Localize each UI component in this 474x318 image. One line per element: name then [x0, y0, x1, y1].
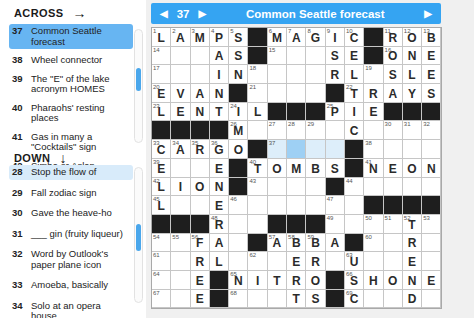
grid-cell[interactable]: [422, 140, 441, 159]
grid-cell[interactable]: 9I: [326, 28, 345, 47]
clue-text: Gave the heave-ho: [31, 208, 125, 219]
grid-cell[interactable]: R: [306, 252, 325, 271]
black-cell: [210, 271, 229, 290]
across-section-header: ACROSS →: [14, 7, 87, 19]
clue-number: 32: [12, 249, 31, 270]
grid-cell[interactable]: L: [248, 103, 267, 122]
cell-number: 44: [346, 178, 353, 185]
grid-cell[interactable]: 41N: [364, 159, 383, 178]
grid-cell[interactable]: S: [229, 47, 248, 66]
cell-letter: R: [195, 254, 204, 270]
clue-text: Common Seattle forecast: [31, 26, 125, 47]
cell-number: 63: [346, 252, 353, 259]
grid-cell[interactable]: L: [345, 65, 364, 84]
down-clue-28[interactable]: 28Stop the flow of: [9, 165, 133, 180]
grid-cell[interactable]: 1L: [152, 28, 171, 47]
grid-cell[interactable]: 15: [268, 47, 287, 66]
grid-cell[interactable]: [171, 47, 190, 66]
grid-cell[interactable]: [326, 252, 345, 271]
cell-letter: I: [179, 179, 182, 195]
grid-cell[interactable]: [287, 47, 306, 66]
grid-cell[interactable]: 32: [422, 121, 441, 140]
black-cell: [248, 140, 267, 159]
grid-cell[interactable]: E: [210, 159, 229, 178]
grid-cell[interactable]: 46: [229, 196, 248, 215]
grid-cell[interactable]: [248, 215, 267, 234]
grid-cell[interactable]: E: [345, 47, 364, 66]
down-scrollbar-track[interactable]: [134, 167, 143, 303]
cell-number: 47: [327, 196, 334, 203]
cell-number: 52: [404, 215, 411, 222]
grid-cell[interactable]: 48R: [210, 215, 229, 234]
grid-cell[interactable]: [384, 178, 403, 197]
grid-cell[interactable]: [287, 140, 306, 159]
grid-cell[interactable]: [287, 178, 306, 197]
grid-cell[interactable]: [268, 65, 287, 84]
grid-cell[interactable]: [171, 196, 190, 215]
grid-cell[interactable]: [191, 65, 210, 84]
grid-cell[interactable]: [268, 290, 287, 309]
cell-number: 28: [288, 121, 295, 128]
grid-cell[interactable]: [229, 252, 248, 271]
cell-letter: Y: [408, 86, 416, 102]
grid-cell[interactable]: 51: [384, 215, 403, 234]
cell-letter: D: [408, 291, 417, 307]
cell-number: 60: [365, 234, 372, 241]
grid-cell[interactable]: 66S: [345, 271, 364, 290]
grid-cell[interactable]: S: [326, 47, 345, 66]
grid-cell[interactable]: 36G: [210, 140, 229, 159]
grid-cell[interactable]: O: [191, 178, 210, 197]
grid-cell[interactable]: 35R: [191, 140, 210, 159]
cell-letter: E: [408, 254, 416, 270]
black-cell: [345, 159, 364, 178]
grid-cell[interactable]: A: [210, 234, 229, 253]
grid-cell[interactable]: 13B: [422, 28, 441, 47]
across-clue-40[interactable]: 40Pharaohs' resting places: [9, 101, 133, 126]
grid-cell[interactable]: 69C: [345, 290, 364, 309]
grid-cell[interactable]: [326, 121, 345, 140]
grid-cell[interactable]: 57A: [268, 234, 287, 253]
black-cell: [326, 178, 345, 197]
grid-cell[interactable]: [248, 290, 267, 309]
grid-cell[interactable]: 49: [326, 215, 345, 234]
black-cell: [248, 28, 267, 47]
black-cell: [306, 215, 325, 234]
grid-cell[interactable]: [384, 234, 403, 253]
grid-cell[interactable]: 40T: [248, 159, 267, 178]
black-cell: [287, 215, 306, 234]
grid-cell[interactable]: N: [403, 271, 422, 290]
cell-number: 58: [288, 234, 295, 241]
grid-cell[interactable]: 44: [345, 178, 364, 197]
cell-letter: O: [195, 179, 204, 195]
grid-cell[interactable]: R: [403, 234, 422, 253]
grid-cell[interactable]: 16O: [384, 47, 403, 66]
cell-letter: G: [311, 30, 320, 46]
grid-cell[interactable]: O: [268, 159, 287, 178]
cell-number: 16: [385, 47, 392, 54]
cell-number: 53: [423, 215, 430, 222]
cell-letter: S: [331, 48, 339, 64]
grid-cell[interactable]: 60: [364, 234, 383, 253]
grid-cell[interactable]: [384, 252, 403, 271]
grid-cell[interactable]: 17: [152, 65, 171, 84]
cell-number: 32: [423, 121, 430, 128]
cell-number: 51: [385, 215, 392, 222]
grid-cell[interactable]: 53: [422, 215, 441, 234]
cell-number: 19: [365, 65, 372, 72]
cell-number: 17: [153, 65, 160, 72]
grid-cell[interactable]: 68: [229, 290, 248, 309]
cell-letter: O: [407, 161, 416, 177]
grid-cell[interactable]: 50: [364, 215, 383, 234]
down-clue-29[interactable]: 29Fall zodiac sign: [9, 186, 133, 201]
grid-cell[interactable]: E: [210, 196, 229, 215]
black-cell: [306, 103, 325, 122]
grid-cell[interactable]: O: [384, 271, 403, 290]
grid-cell[interactable]: 37: [268, 140, 287, 159]
grid-cell[interactable]: 33C: [152, 140, 171, 159]
black-cell: [345, 140, 364, 159]
cell-number: 39: [153, 159, 160, 166]
grid-cell[interactable]: [268, 84, 287, 103]
grid-cell[interactable]: E: [403, 252, 422, 271]
grid-cell[interactable]: 64: [152, 271, 171, 290]
grid-cell[interactable]: [422, 290, 441, 309]
clue-text: Pharaohs' resting places: [31, 103, 125, 124]
cell-number: 8: [307, 28, 310, 35]
down-clue-30[interactable]: 30Gave the heave-ho: [9, 206, 133, 221]
cell-number: 7: [288, 28, 291, 35]
grid-cell[interactable]: 6M: [268, 28, 287, 47]
grid-cell[interactable]: O: [306, 271, 325, 290]
cell-number: 35: [192, 140, 199, 147]
grid-cell[interactable]: 21: [248, 84, 267, 103]
grid-cell[interactable]: E: [364, 103, 383, 122]
cell-number: 59: [307, 234, 314, 241]
grid-cell[interactable]: M: [287, 159, 306, 178]
grid-cell[interactable]: 19: [364, 65, 383, 84]
grid-cell[interactable]: [422, 234, 441, 253]
cell-number: 12: [404, 28, 411, 35]
cell-number: 13: [423, 28, 430, 35]
grid-cell[interactable]: Y: [403, 84, 422, 103]
grid-cell[interactable]: [229, 215, 248, 234]
clue-text: Wheel connector: [31, 55, 125, 66]
grid-cell[interactable]: 42L: [152, 178, 171, 197]
grid-cell[interactable]: T: [287, 290, 306, 309]
cell-number: 10: [346, 28, 353, 35]
grid-cell[interactable]: [171, 290, 190, 309]
black-cell: [364, 28, 383, 47]
grid-cell[interactable]: E: [191, 290, 210, 309]
grid-cell[interactable]: [306, 196, 325, 215]
cell-number: 26: [230, 121, 237, 128]
grid-cell[interactable]: [364, 121, 383, 140]
grid-cell[interactable]: E: [191, 271, 210, 290]
grid-cell[interactable]: 43: [248, 178, 267, 197]
grid-cell[interactable]: [306, 178, 325, 197]
grid-cell[interactable]: 61: [152, 252, 171, 271]
grid-cell[interactable]: [171, 159, 190, 178]
grid-cell[interactable]: 20E: [152, 84, 171, 103]
grid-cell[interactable]: [422, 178, 441, 197]
grid-cell[interactable]: 65N: [229, 271, 248, 290]
clue-number: 41: [12, 132, 31, 153]
grid-cell[interactable]: [364, 290, 383, 309]
across-clue-37[interactable]: 37Common Seattle forecast: [9, 24, 133, 49]
grid-cell[interactable]: E: [171, 103, 190, 122]
cell-letter: O: [388, 273, 397, 289]
clue-number: 29: [12, 188, 31, 199]
grid-cell[interactable]: N: [210, 178, 229, 197]
cell-letter: R: [330, 67, 339, 83]
prev-clue-icon[interactable]: ◀: [160, 8, 168, 19]
grid-cell[interactable]: [191, 47, 210, 66]
skip-clue-icon[interactable]: ▶: [424, 8, 432, 19]
clue-text: Word by Outlook's paper plane icon: [31, 249, 125, 270]
black-cell: [364, 196, 383, 215]
grid-cell[interactable]: [364, 178, 383, 197]
grid-cell[interactable]: [287, 196, 306, 215]
grid-cell[interactable]: R: [326, 65, 345, 84]
grid-cell[interactable]: N: [210, 84, 229, 103]
grid-cell[interactable]: B: [306, 159, 325, 178]
grid-cell[interactable]: [384, 140, 403, 159]
grid-cell[interactable]: 58B: [287, 234, 306, 253]
grid-cell[interactable]: 52T: [403, 215, 422, 234]
cell-letter: L: [408, 67, 415, 83]
down-clue-32[interactable]: 32Word by Outlook's paper plane icon: [9, 247, 133, 272]
grid-cell[interactable]: [364, 252, 383, 271]
cell-number: 41: [365, 159, 372, 166]
grid-cell[interactable]: E: [287, 252, 306, 271]
grid-cell[interactable]: 24I: [229, 103, 248, 122]
grid-cell[interactable]: E: [422, 65, 441, 84]
grid-cell[interactable]: L: [210, 252, 229, 271]
grid-cell[interactable]: A: [384, 84, 403, 103]
across-scrollbar-track[interactable]: [134, 29, 143, 143]
cell-letter: M: [291, 161, 301, 177]
grid-cell[interactable]: 62: [248, 252, 267, 271]
grid-cell[interactable]: 14: [152, 47, 171, 66]
grid-cell[interactable]: N: [191, 103, 210, 122]
black-cell: [345, 234, 364, 253]
grid-cell[interactable]: N: [229, 65, 248, 84]
grid-cell[interactable]: 4P: [210, 28, 229, 47]
cell-letter: I: [217, 67, 220, 83]
clue-panel: ACROSS → 37Common Seattle forecast38Whee…: [0, 0, 146, 318]
grid-cell[interactable]: T: [268, 271, 287, 290]
grid-cell[interactable]: N: [422, 159, 441, 178]
across-clue-39[interactable]: 39The "E" of the lake acronym HOMES: [9, 72, 133, 97]
grid-cell[interactable]: 28: [287, 121, 306, 140]
grid-cell[interactable]: E: [384, 159, 403, 178]
cell-letter: A: [195, 86, 204, 102]
cell-number: 61: [153, 252, 160, 259]
grid-cell[interactable]: 25P: [326, 103, 345, 122]
grid-cell[interactable]: 55: [171, 234, 190, 253]
grid-cell[interactable]: E: [422, 47, 441, 66]
grid-cell[interactable]: 56F: [191, 234, 210, 253]
down-scrollbar-thumb[interactable]: [136, 224, 141, 251]
cell-letter: V: [176, 86, 184, 102]
grid-cell[interactable]: 29: [306, 121, 325, 140]
grid-cell[interactable]: [191, 196, 210, 215]
clue-text: Stop the flow of: [31, 167, 125, 178]
down-clue-34[interactable]: 34Solo at an opera house: [9, 299, 133, 318]
grid-cell[interactable]: [422, 252, 441, 271]
cell-letter: A: [388, 86, 397, 102]
grid-cell[interactable]: [171, 271, 190, 290]
black-cell: [364, 47, 383, 66]
cell-letter: A: [176, 30, 185, 46]
grid-cell[interactable]: L: [403, 65, 422, 84]
grid-cell[interactable]: [384, 290, 403, 309]
grid-cell[interactable]: 10C: [345, 28, 364, 47]
cell-letter: A: [215, 48, 224, 64]
grid-cell[interactable]: D: [403, 290, 422, 309]
cell-number: 43: [249, 178, 256, 185]
grid-cell[interactable]: 11R: [384, 28, 403, 47]
grid-cell[interactable]: [306, 47, 325, 66]
grid-cell[interactable]: I: [210, 65, 229, 84]
grid-cell[interactable]: T: [210, 103, 229, 122]
grid-cell[interactable]: [268, 178, 287, 197]
grid-cell[interactable]: R: [191, 252, 210, 271]
grid-cell[interactable]: 47: [326, 196, 345, 215]
grid-cell[interactable]: N: [403, 47, 422, 66]
cell-letter: E: [389, 161, 397, 177]
grid-cell[interactable]: [306, 140, 325, 159]
grid-cell[interactable]: 31: [403, 121, 422, 140]
clue-text: Gas in many a "Cocktails" sign: [31, 132, 125, 153]
grid-cell[interactable]: 2A: [171, 28, 190, 47]
grid-cell[interactable]: C: [345, 121, 364, 140]
next-clue-icon[interactable]: ▶: [199, 8, 207, 19]
grid-cell[interactable]: 18: [248, 65, 267, 84]
grid-cell[interactable]: S: [384, 65, 403, 84]
grid-cell[interactable]: [345, 196, 364, 215]
cell-number: 55: [172, 234, 179, 241]
cell-letter: E: [427, 273, 435, 289]
grid-cell[interactable]: 63U: [345, 252, 364, 271]
grid-cell[interactable]: 5S: [229, 28, 248, 47]
grid-cell[interactable]: 38: [364, 140, 383, 159]
cell-number: 27: [269, 121, 276, 128]
black-cell: [384, 196, 403, 215]
cell-number: 6: [269, 28, 272, 35]
grid-cell[interactable]: S: [326, 159, 345, 178]
black-cell: [326, 84, 345, 103]
down-label: DOWN: [14, 152, 50, 164]
black-cell: [384, 103, 403, 122]
down-clue-31[interactable]: 31___ gin (fruity liqueur): [9, 227, 133, 242]
grid-cell[interactable]: 12O: [403, 28, 422, 47]
grid-cell[interactable]: I: [171, 178, 190, 197]
grid-cell[interactable]: 30: [384, 121, 403, 140]
grid-cell[interactable]: V: [171, 84, 190, 103]
grid-cell[interactable]: [403, 140, 422, 159]
grid-cell[interactable]: [306, 65, 325, 84]
grid-cell[interactable]: 54: [152, 234, 171, 253]
grid-cell[interactable]: 34A: [171, 140, 190, 159]
cell-letter: L: [254, 104, 261, 120]
grid-cell[interactable]: [306, 84, 325, 103]
down-section-header: DOWN ↓: [14, 152, 67, 164]
grid-cell[interactable]: 59B: [306, 234, 325, 253]
grid-cell[interactable]: [287, 84, 306, 103]
grid-cell[interactable]: 26M: [229, 121, 248, 140]
cell-number: 1: [153, 28, 156, 35]
grid-cell[interactable]: 67: [152, 290, 171, 309]
grid-cell[interactable]: S: [422, 84, 441, 103]
grid-cell[interactable]: [287, 65, 306, 84]
grid-cell[interactable]: A: [210, 47, 229, 66]
cell-number: 5: [230, 28, 233, 35]
grid-cell[interactable]: I: [248, 271, 267, 290]
cell-number: 9: [327, 28, 330, 35]
across-scrollbar-thumb[interactable]: [136, 68, 141, 91]
current-clue-number: 37: [177, 8, 190, 20]
cell-number: 50: [365, 215, 372, 222]
grid-cell[interactable]: I: [345, 103, 364, 122]
cell-number: 49: [327, 215, 334, 222]
cell-letter: E: [427, 67, 435, 83]
grid-cell[interactable]: [171, 65, 190, 84]
grid-cell[interactable]: A: [191, 84, 210, 103]
cell-number: 56: [192, 234, 199, 241]
grid-cell[interactable]: A: [326, 234, 345, 253]
grid-cell[interactable]: [191, 159, 210, 178]
grid-cell[interactable]: [326, 140, 345, 159]
grid-cell[interactable]: S: [306, 290, 325, 309]
cell-letter: I: [256, 273, 259, 289]
grid-cell[interactable]: O: [403, 159, 422, 178]
grid-cell[interactable]: [268, 196, 287, 215]
grid-cell[interactable]: 22T: [345, 84, 364, 103]
grid-cell[interactable]: 23L: [152, 103, 171, 122]
grid-cell[interactable]: [403, 178, 422, 197]
grid-cell[interactable]: R: [287, 271, 306, 290]
down-clue-33[interactable]: 33Amoeba, basically: [9, 278, 133, 293]
cell-letter: N: [195, 104, 204, 120]
grid-cell[interactable]: 3M: [191, 28, 210, 47]
cell-letter: E: [215, 198, 223, 214]
grid-cell[interactable]: 8G: [306, 28, 325, 47]
grid-cell[interactable]: [229, 234, 248, 253]
grid-cell[interactable]: H: [364, 271, 383, 290]
grid-cell[interactable]: [248, 121, 267, 140]
grid-cell[interactable]: 45L: [152, 196, 171, 215]
grid-cell[interactable]: 27: [268, 121, 287, 140]
across-clue-41[interactable]: 41Gas in many a "Cocktails" sign: [9, 130, 133, 155]
cell-letter: R: [369, 86, 378, 102]
grid-cell[interactable]: O: [229, 140, 248, 159]
grid-cell[interactable]: [268, 252, 287, 271]
across-clue-38[interactable]: 38Wheel connector: [9, 53, 133, 68]
grid-cell[interactable]: R: [364, 84, 383, 103]
grid-cell[interactable]: 39E: [152, 159, 171, 178]
grid-cell[interactable]: [345, 215, 364, 234]
grid-cell[interactable]: E: [422, 271, 441, 290]
grid-cell[interactable]: 7A: [287, 28, 306, 47]
cell-letter: N: [215, 86, 224, 102]
grid-cell[interactable]: [171, 252, 190, 271]
cell-letter: L: [157, 30, 164, 46]
grid-cell[interactable]: [248, 196, 267, 215]
